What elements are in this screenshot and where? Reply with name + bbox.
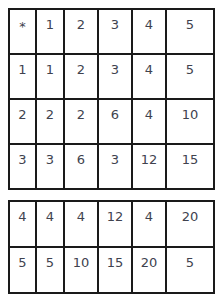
- cell-top-r0c3: 3: [97, 8, 131, 53]
- cell-top-r3c0: 3: [8, 143, 35, 188]
- cell-bottom-r0c2: 4: [63, 200, 97, 246]
- cell-bottom-r1c1: 5: [35, 246, 63, 292]
- cell-top-r2c3: 6: [97, 98, 131, 143]
- cell-bottom-r1c5: 5: [165, 246, 213, 292]
- cell-top-r2c2: 2: [63, 98, 97, 143]
- cell-top-r3c4: 12: [131, 143, 165, 188]
- cell-top-r3c3: 3: [97, 143, 131, 188]
- cell-top-r0c5: 5: [165, 8, 213, 53]
- cell-top-r1c0: 1: [8, 53, 35, 98]
- cell-top-r1c5: 5: [165, 53, 213, 98]
- cell-top-r2c5: 10: [165, 98, 213, 143]
- cell-top-r3c2: 6: [63, 143, 97, 188]
- cell-top-r0c4: 4: [131, 8, 165, 53]
- cell-top-r1c4: 4: [131, 53, 165, 98]
- lcm-table-page: *12345112345222641033631215 444124205510…: [0, 0, 221, 294]
- cell-top-r2c4: 4: [131, 98, 165, 143]
- cell-bottom-r1c4: 20: [131, 246, 165, 292]
- cell-bottom-r1c2: 10: [63, 246, 97, 292]
- cell-top-r2c0: 2: [8, 98, 35, 143]
- lcm-table-bottom-block: 44412420551015205: [8, 200, 215, 294]
- cell-bottom-r0c0: 4: [8, 200, 35, 246]
- lcm-table-top-block: *12345112345222641033631215: [8, 8, 215, 190]
- operator-star-cell: *: [8, 8, 35, 53]
- cell-top-r0c2: 2: [63, 8, 97, 53]
- cell-top-r2c1: 2: [35, 98, 63, 143]
- cell-bottom-r0c3: 12: [97, 200, 131, 246]
- cell-top-r1c3: 3: [97, 53, 131, 98]
- cell-bottom-r1c3: 15: [97, 246, 131, 292]
- cell-top-r1c1: 1: [35, 53, 63, 98]
- cell-top-r3c1: 3: [35, 143, 63, 188]
- cell-bottom-r0c5: 20: [165, 200, 213, 246]
- cell-top-r3c5: 15: [165, 143, 213, 188]
- cell-top-r1c2: 2: [63, 53, 97, 98]
- cell-bottom-r0c1: 4: [35, 200, 63, 246]
- cell-top-r0c1: 1: [35, 8, 63, 53]
- cell-bottom-r0c4: 4: [131, 200, 165, 246]
- cell-bottom-r1c0: 5: [8, 246, 35, 292]
